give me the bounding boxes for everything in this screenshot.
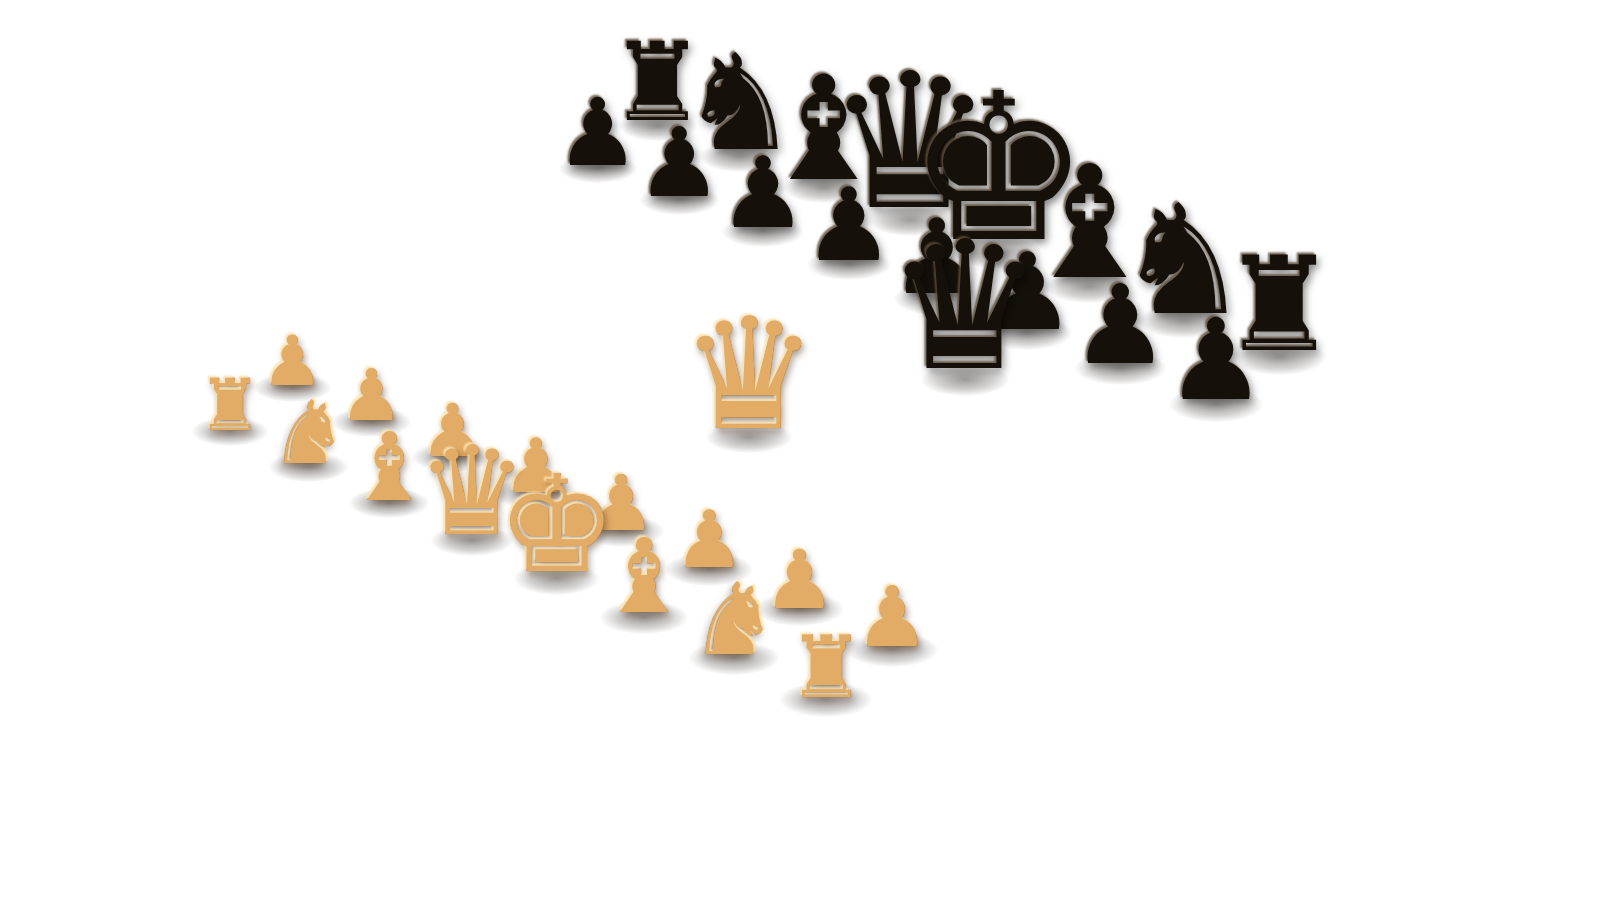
square-g5[interactable] <box>915 421 1072 506</box>
square-g4[interactable] <box>851 469 1008 556</box>
square-a4[interactable] <box>346 261 486 338</box>
piece-black-pawn[interactable]: ♟ <box>804 175 895 276</box>
square-h4[interactable] <box>944 507 1104 596</box>
piece-white-knight[interactable]: ♞ <box>270 390 348 477</box>
square-b4[interactable] <box>425 293 568 371</box>
piece-white-bishop[interactable]: ♝ <box>598 527 690 630</box>
piece-white-rook[interactable]: ♜ <box>787 624 864 710</box>
piece-white-pawn[interactable]: ♟ <box>855 577 930 661</box>
piece-black-pawn[interactable]: ♟ <box>1071 271 1169 381</box>
chess-product-photo: { "game": "chess", "scene_description": … <box>0 0 1600 900</box>
piece-black-pawn[interactable]: ♟ <box>719 145 807 243</box>
square-b5[interactable] <box>486 249 629 326</box>
square-h5[interactable] <box>1008 458 1168 545</box>
piece-black-pawn[interactable]: ♟ <box>1165 305 1266 418</box>
square-c4[interactable] <box>506 327 652 407</box>
piece-white-queen[interactable]: ♛ <box>680 297 819 452</box>
square-a5[interactable] <box>407 218 547 294</box>
piece-white-rook[interactable]: ♜ <box>198 370 262 441</box>
piece-black-pawn[interactable]: ♟ <box>636 115 722 211</box>
piece-black-pawn[interactable]: ♟ <box>556 86 640 180</box>
piece-black-queen[interactable]: ♛ <box>885 218 1045 396</box>
piece-white-knight[interactable]: ♞ <box>689 570 778 670</box>
